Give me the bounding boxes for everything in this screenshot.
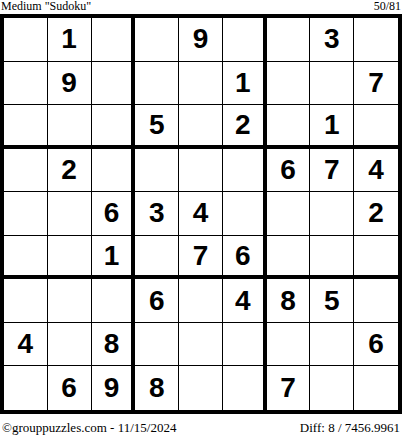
puzzle-title: Medium "Sudoku": [0, 0, 91, 13]
cell-r1c5[interactable]: 9: [179, 18, 223, 62]
cell-r1c2[interactable]: 1: [48, 18, 92, 62]
blank-count: 50/81: [374, 0, 402, 13]
given-digit: 1: [324, 111, 340, 139]
cell-r6c4[interactable]: [135, 236, 179, 280]
cell-r9c8[interactable]: [310, 366, 354, 410]
given-digit: 1: [104, 242, 120, 270]
given-digit: 4: [368, 156, 384, 184]
cell-r5c5[interactable]: 4: [179, 192, 223, 236]
given-digit: 4: [235, 287, 251, 315]
given-digit: 7: [324, 156, 340, 184]
given-digit: 6: [280, 156, 296, 184]
cell-r3c7[interactable]: [267, 105, 311, 149]
cell-r4c4[interactable]: [135, 149, 179, 193]
given-digit: 7: [280, 374, 296, 402]
cell-r6c6[interactable]: 6: [223, 236, 267, 280]
given-digit: 6: [368, 330, 384, 358]
cell-r1c1[interactable]: [4, 18, 48, 62]
given-digit: 9: [104, 374, 120, 402]
cell-r7c1[interactable]: [4, 279, 48, 323]
cell-r7c8[interactable]: 5: [310, 279, 354, 323]
cell-r4c8[interactable]: 7: [310, 149, 354, 193]
cell-r4c2[interactable]: 2: [48, 149, 92, 193]
cell-r1c6[interactable]: [223, 18, 267, 62]
cell-r2c4[interactable]: [135, 62, 179, 106]
cell-r2c5[interactable]: [179, 62, 223, 106]
cell-r7c6[interactable]: 4: [223, 279, 267, 323]
cell-r6c1[interactable]: [4, 236, 48, 280]
cell-r3c4[interactable]: 5: [135, 105, 179, 149]
given-digit: 9: [61, 69, 77, 97]
cell-r2c6[interactable]: 1: [223, 62, 267, 106]
cell-r7c3[interactable]: [92, 279, 136, 323]
cell-r6c9[interactable]: [354, 236, 398, 280]
given-digit: 7: [193, 242, 209, 270]
cell-r9c4[interactable]: 8: [135, 366, 179, 410]
given-digit: 4: [18, 330, 34, 358]
cell-r5c3[interactable]: 6: [92, 192, 136, 236]
sudoku-page: Medium "Sudoku" 50/81 193917521267463421…: [0, 0, 402, 437]
cell-r2c2[interactable]: 9: [48, 62, 92, 106]
cell-r6c7[interactable]: [267, 236, 311, 280]
given-digit: 7: [368, 69, 384, 97]
given-digit: 3: [324, 25, 340, 53]
cell-r8c3[interactable]: 8: [92, 323, 136, 367]
cell-r9c5[interactable]: [179, 366, 223, 410]
header: Medium "Sudoku" 50/81: [0, 0, 402, 14]
footer: ©grouppuzzles.com - 11/15/2024 Diff: 8 /…: [0, 418, 402, 437]
cell-r7c4[interactable]: 6: [135, 279, 179, 323]
cell-r9c6[interactable]: [223, 366, 267, 410]
cell-r9c1[interactable]: [4, 366, 48, 410]
copyright-text: ©grouppuzzles.com - 11/15/2024: [0, 420, 176, 436]
cell-r5c6[interactable]: [223, 192, 267, 236]
given-digit: 1: [61, 25, 77, 53]
given-digit: 5: [324, 287, 340, 315]
cell-r9c7[interactable]: 7: [267, 366, 311, 410]
cell-r3c2[interactable]: [48, 105, 92, 149]
cell-r5c1[interactable]: [4, 192, 48, 236]
cell-r7c2[interactable]: [48, 279, 92, 323]
difficulty-text: Diff: 8 / 7456.9961: [300, 420, 402, 436]
given-digit: 8: [149, 374, 165, 402]
cell-r4c1[interactable]: [4, 149, 48, 193]
cell-r1c7[interactable]: [267, 18, 311, 62]
cell-r4c3[interactable]: [92, 149, 136, 193]
given-digit: 4: [193, 199, 209, 227]
cell-r3c8[interactable]: 1: [310, 105, 354, 149]
cell-r3c9[interactable]: [354, 105, 398, 149]
cell-r9c2[interactable]: 6: [48, 366, 92, 410]
cell-r8c9[interactable]: 6: [354, 323, 398, 367]
cell-r6c2[interactable]: [48, 236, 92, 280]
cell-r2c8[interactable]: [310, 62, 354, 106]
sudoku-board: 1939175212674634217664854866987: [0, 14, 402, 414]
given-digit: 8: [104, 330, 120, 358]
given-digit: 5: [149, 111, 165, 139]
given-digit: 9: [193, 25, 209, 53]
cell-r6c5[interactable]: 7: [179, 236, 223, 280]
cell-r5c9[interactable]: 2: [354, 192, 398, 236]
cell-r8c4[interactable]: [135, 323, 179, 367]
cell-r1c9[interactable]: [354, 18, 398, 62]
cell-r4c6[interactable]: [223, 149, 267, 193]
cell-r4c9[interactable]: 4: [354, 149, 398, 193]
cell-r4c7[interactable]: 6: [267, 149, 311, 193]
given-digit: 1: [235, 69, 251, 97]
cell-r9c9[interactable]: [354, 366, 398, 410]
cell-r2c1[interactable]: [4, 62, 48, 106]
cell-r5c2[interactable]: [48, 192, 92, 236]
cell-r1c3[interactable]: [92, 18, 136, 62]
given-digit: 2: [368, 199, 384, 227]
given-digit: 2: [235, 111, 251, 139]
cell-r1c8[interactable]: 3: [310, 18, 354, 62]
cell-r8c6[interactable]: [223, 323, 267, 367]
cell-r7c5[interactable]: [179, 279, 223, 323]
cell-r8c8[interactable]: [310, 323, 354, 367]
given-digit: 8: [280, 287, 296, 315]
cell-r9c3[interactable]: 9: [92, 366, 136, 410]
given-digit: 6: [61, 374, 77, 402]
cell-r5c4[interactable]: 3: [135, 192, 179, 236]
given-digit: 2: [61, 156, 77, 184]
cell-r3c1[interactable]: [4, 105, 48, 149]
given-digit: 6: [104, 199, 120, 227]
cell-r8c2[interactable]: [48, 323, 92, 367]
given-digit: 3: [149, 199, 165, 227]
cell-r3c6[interactable]: 2: [223, 105, 267, 149]
cell-r8c5[interactable]: [179, 323, 223, 367]
cell-r8c7[interactable]: [267, 323, 311, 367]
cell-r2c7[interactable]: [267, 62, 311, 106]
cell-r6c3[interactable]: 1: [92, 236, 136, 280]
cell-r7c9[interactable]: [354, 279, 398, 323]
cell-r3c3[interactable]: [92, 105, 136, 149]
cell-r2c3[interactable]: [92, 62, 136, 106]
cell-r5c7[interactable]: [267, 192, 311, 236]
given-digit: 6: [149, 287, 165, 315]
cell-r6c8[interactable]: [310, 236, 354, 280]
cell-r4c5[interactable]: [179, 149, 223, 193]
cell-r1c4[interactable]: [135, 18, 179, 62]
cell-r5c8[interactable]: [310, 192, 354, 236]
cell-r8c1[interactable]: 4: [4, 323, 48, 367]
given-digit: 6: [235, 242, 251, 270]
cell-r2c9[interactable]: 7: [354, 62, 398, 106]
cell-r7c7[interactable]: 8: [267, 279, 311, 323]
cell-r3c5[interactable]: [179, 105, 223, 149]
